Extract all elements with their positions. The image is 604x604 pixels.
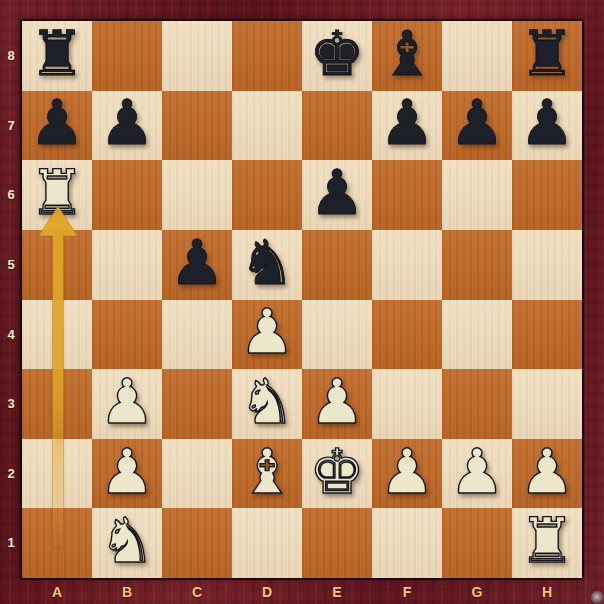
piece-white-pawn-h2[interactable]: ♟: [519, 441, 575, 503]
rank-label-5: 5: [0, 230, 22, 300]
square-f5[interactable]: [372, 230, 442, 300]
square-f6[interactable]: [372, 160, 442, 230]
square-c1[interactable]: [162, 508, 232, 578]
file-label-g: G: [442, 582, 512, 604]
square-a8[interactable]: ♜: [22, 21, 92, 91]
square-h3[interactable]: [512, 369, 582, 439]
square-c6[interactable]: [162, 160, 232, 230]
piece-black-pawn-f7[interactable]: ♟: [379, 92, 435, 154]
square-a1[interactable]: [22, 508, 92, 578]
rank-label-1: 1: [0, 508, 22, 578]
square-b3[interactable]: ♟: [92, 369, 162, 439]
square-e5[interactable]: [302, 230, 372, 300]
square-e2[interactable]: ♚: [302, 439, 372, 509]
piece-white-pawn-e3[interactable]: ♟: [309, 371, 365, 433]
square-f4[interactable]: [372, 300, 442, 370]
square-c5[interactable]: ♟: [162, 230, 232, 300]
square-b4[interactable]: [92, 300, 162, 370]
square-a2[interactable]: [22, 439, 92, 509]
square-h6[interactable]: [512, 160, 582, 230]
square-d1[interactable]: [232, 508, 302, 578]
square-f8[interactable]: ♝: [372, 21, 442, 91]
rank-label-6: 6: [0, 160, 22, 230]
piece-white-pawn-b2[interactable]: ♟: [99, 441, 155, 503]
square-f1[interactable]: [372, 508, 442, 578]
piece-white-rook-a6[interactable]: ♜: [29, 162, 85, 224]
square-d3[interactable]: ♞: [232, 369, 302, 439]
square-d4[interactable]: ♟: [232, 300, 302, 370]
piece-white-knight-b1[interactable]: ♞: [99, 510, 155, 572]
piece-white-pawn-b3[interactable]: ♟: [99, 371, 155, 433]
square-b2[interactable]: ♟: [92, 439, 162, 509]
square-b1[interactable]: ♞: [92, 508, 162, 578]
square-h7[interactable]: ♟: [512, 91, 582, 161]
square-c7[interactable]: [162, 91, 232, 161]
square-h4[interactable]: [512, 300, 582, 370]
piece-white-bishop-d2[interactable]: ♝: [239, 441, 295, 503]
square-e6[interactable]: ♟: [302, 160, 372, 230]
square-a7[interactable]: ♟: [22, 91, 92, 161]
rank-label-7: 7: [0, 91, 22, 161]
piece-black-rook-h8[interactable]: ♜: [519, 23, 575, 85]
square-g7[interactable]: ♟: [442, 91, 512, 161]
square-c2[interactable]: [162, 439, 232, 509]
rank-label-3: 3: [0, 369, 22, 439]
rank-label-4: 4: [0, 300, 22, 370]
piece-black-pawn-b7[interactable]: ♟: [99, 92, 155, 154]
square-c8[interactable]: [162, 21, 232, 91]
piece-white-rook-h1[interactable]: ♜: [519, 510, 575, 572]
square-g3[interactable]: [442, 369, 512, 439]
rank-label-8: 8: [0, 21, 22, 91]
file-label-f: F: [372, 582, 442, 604]
square-g1[interactable]: [442, 508, 512, 578]
square-b7[interactable]: ♟: [92, 91, 162, 161]
piece-black-king-e8[interactable]: ♚: [309, 23, 365, 85]
square-d5[interactable]: ♞: [232, 230, 302, 300]
square-g5[interactable]: [442, 230, 512, 300]
square-e8[interactable]: ♚: [302, 21, 372, 91]
piece-white-pawn-d4[interactable]: ♟: [239, 301, 295, 363]
square-h1[interactable]: ♜: [512, 508, 582, 578]
square-g2[interactable]: ♟: [442, 439, 512, 509]
square-g6[interactable]: [442, 160, 512, 230]
square-d6[interactable]: [232, 160, 302, 230]
piece-black-bishop-f8[interactable]: ♝: [379, 23, 435, 85]
square-f3[interactable]: [372, 369, 442, 439]
piece-black-knight-d5[interactable]: ♞: [239, 232, 295, 294]
square-g8[interactable]: [442, 21, 512, 91]
square-e3[interactable]: ♟: [302, 369, 372, 439]
rank-label-2: 2: [0, 439, 22, 509]
square-b5[interactable]: [92, 230, 162, 300]
square-d7[interactable]: [232, 91, 302, 161]
chess-board[interactable]: ♜♚♝♜♟♟♟♟♟♜♟♟♞♟♟♞♟♟♝♚♟♟♟♞♜: [22, 21, 582, 578]
square-c3[interactable]: [162, 369, 232, 439]
square-e7[interactable]: [302, 91, 372, 161]
square-a3[interactable]: [22, 369, 92, 439]
piece-white-pawn-f2[interactable]: ♟: [379, 441, 435, 503]
board-frame: ♜♚♝♜♟♟♟♟♟♜♟♟♞♟♟♞♟♟♝♚♟♟♟♞♜ 87654321ABCDEF…: [0, 0, 604, 604]
file-label-d: D: [232, 582, 302, 604]
square-c4[interactable]: [162, 300, 232, 370]
piece-black-pawn-e6[interactable]: ♟: [309, 162, 365, 224]
square-g4[interactable]: [442, 300, 512, 370]
piece-black-pawn-g7[interactable]: ♟: [449, 92, 505, 154]
square-h8[interactable]: ♜: [512, 21, 582, 91]
square-a4[interactable]: [22, 300, 92, 370]
piece-white-king-e2[interactable]: ♚: [309, 441, 365, 503]
square-f2[interactable]: ♟: [372, 439, 442, 509]
piece-white-knight-d3[interactable]: ♞: [239, 371, 295, 433]
piece-black-pawn-h7[interactable]: ♟: [519, 92, 575, 154]
square-b8[interactable]: [92, 21, 162, 91]
square-a6[interactable]: ♜: [22, 160, 92, 230]
square-h2[interactable]: ♟: [512, 439, 582, 509]
piece-white-pawn-g2[interactable]: ♟: [449, 441, 505, 503]
file-label-a: A: [22, 582, 92, 604]
piece-black-rook-a8[interactable]: ♜: [29, 23, 85, 85]
square-e4[interactable]: [302, 300, 372, 370]
square-h5[interactable]: [512, 230, 582, 300]
file-label-h: H: [512, 582, 582, 604]
file-label-e: E: [302, 582, 372, 604]
piece-black-pawn-c5[interactable]: ♟: [169, 232, 225, 294]
corner-dot-artifact: [591, 591, 604, 604]
square-d2[interactable]: ♝: [232, 439, 302, 509]
file-label-c: C: [162, 582, 232, 604]
square-d8[interactable]: [232, 21, 302, 91]
square-f7[interactable]: ♟: [372, 91, 442, 161]
square-b6[interactable]: [92, 160, 162, 230]
file-label-b: B: [92, 582, 162, 604]
square-e1[interactable]: [302, 508, 372, 578]
piece-black-pawn-a7[interactable]: ♟: [29, 92, 85, 154]
square-a5[interactable]: [22, 230, 92, 300]
